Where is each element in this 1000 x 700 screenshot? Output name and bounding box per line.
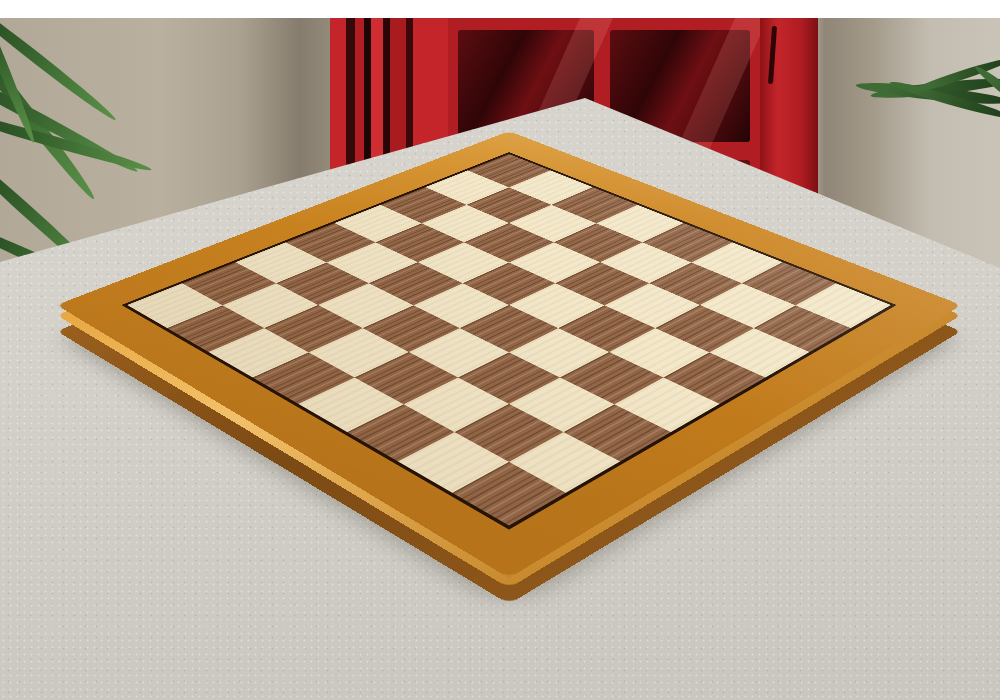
photo-top-border (0, 0, 1000, 18)
photo (0, 0, 1000, 700)
